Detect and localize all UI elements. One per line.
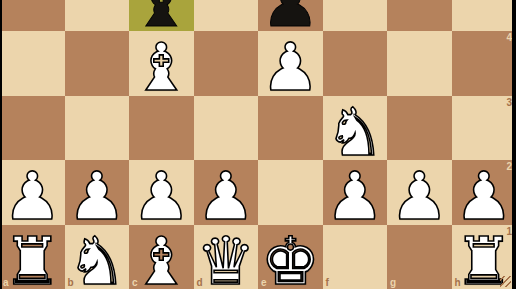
white-pawn-d2[interactable]: ♟ xyxy=(194,160,259,225)
square-d5[interactable] xyxy=(194,0,259,31)
white-pawn-e4[interactable]: ♟ xyxy=(258,31,323,96)
square-f5[interactable] xyxy=(323,0,388,31)
square-a4[interactable] xyxy=(0,31,65,96)
white-pawn-f2[interactable]: ♟ xyxy=(323,160,388,225)
white-queen-d1[interactable]: ♛ xyxy=(194,225,259,289)
square-e5[interactable]: ♟ xyxy=(258,0,323,31)
square-d4[interactable] xyxy=(194,31,259,96)
chess-board[interactable]: 876♝♟5♝♟4♞3♟♟♟♟♟♟2♟a♜b♞c♝d♛e♚fgh1♜ xyxy=(0,0,516,289)
chess-board-frame: 876♝♟5♝♟4♞3♟♟♟♟♟♟2♟a♜b♞c♝d♛e♚fgh1♜ xyxy=(0,0,516,289)
square-b5[interactable] xyxy=(65,0,130,31)
square-b4[interactable] xyxy=(65,31,130,96)
white-knight-f3[interactable]: ♞ xyxy=(323,96,388,161)
white-rook-a1[interactable]: ♜ xyxy=(0,225,65,289)
right-edge-strip xyxy=(512,0,516,289)
square-h2[interactable]: 2♟ xyxy=(452,160,516,225)
file-label-f: f xyxy=(326,278,329,288)
white-pawn-g2[interactable]: ♟ xyxy=(387,160,452,225)
square-f3[interactable]: ♞ xyxy=(323,96,388,161)
square-c2[interactable]: ♟ xyxy=(129,160,194,225)
square-f4[interactable] xyxy=(323,31,388,96)
square-a5[interactable] xyxy=(0,0,65,31)
square-c5[interactable]: ♝ xyxy=(129,0,194,31)
square-b2[interactable]: ♟ xyxy=(65,160,130,225)
black-pawn-e5[interactable]: ♟ xyxy=(258,0,323,31)
white-pawn-c2[interactable]: ♟ xyxy=(129,160,194,225)
white-pawn-h2[interactable]: ♟ xyxy=(452,160,516,225)
board-resize-handle[interactable] xyxy=(500,276,511,287)
white-pawn-b2[interactable]: ♟ xyxy=(65,160,130,225)
square-c4[interactable]: ♝ xyxy=(129,31,194,96)
square-b3[interactable] xyxy=(65,96,130,161)
square-h4[interactable]: 4 xyxy=(452,31,516,96)
square-g5[interactable] xyxy=(387,0,452,31)
square-f2[interactable]: ♟ xyxy=(323,160,388,225)
white-bishop-c4[interactable]: ♝ xyxy=(129,31,194,96)
white-bishop-c1[interactable]: ♝ xyxy=(129,225,194,289)
white-pawn-a2[interactable]: ♟ xyxy=(0,160,65,225)
white-knight-b1[interactable]: ♞ xyxy=(65,225,130,289)
square-b1[interactable]: b♞ xyxy=(65,225,130,289)
square-d1[interactable]: d♛ xyxy=(194,225,259,289)
left-edge-strip xyxy=(0,0,2,289)
black-bishop-c5[interactable]: ♝ xyxy=(129,0,194,31)
square-h3[interactable]: 3 xyxy=(452,96,516,161)
white-king-e1[interactable]: ♚ xyxy=(258,225,323,289)
square-h5[interactable]: 5 xyxy=(452,0,516,31)
square-e2[interactable] xyxy=(258,160,323,225)
square-a1[interactable]: a♜ xyxy=(0,225,65,289)
square-d3[interactable] xyxy=(194,96,259,161)
square-c1[interactable]: c♝ xyxy=(129,225,194,289)
square-g3[interactable] xyxy=(387,96,452,161)
square-g4[interactable] xyxy=(387,31,452,96)
square-a2[interactable]: ♟ xyxy=(0,160,65,225)
square-e4[interactable]: ♟ xyxy=(258,31,323,96)
square-e1[interactable]: e♚ xyxy=(258,225,323,289)
square-d2[interactable]: ♟ xyxy=(194,160,259,225)
file-label-g: g xyxy=(390,278,396,288)
square-a3[interactable] xyxy=(0,96,65,161)
square-g2[interactable]: ♟ xyxy=(387,160,452,225)
